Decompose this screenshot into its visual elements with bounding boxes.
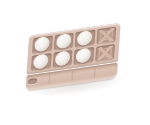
front-divider-line: [49, 74, 51, 83]
pit-r1c1[interactable]: [52, 50, 72, 68]
egg-piece[interactable]: [77, 29, 93, 45]
pit-r0c3[interactable]: [96, 27, 116, 45]
pit-r0c2[interactable]: [75, 30, 95, 48]
egg-piece[interactable]: [34, 35, 50, 51]
divider-lattice-icon: [97, 28, 115, 44]
pit-r0c0[interactable]: [32, 36, 52, 54]
egg-piece[interactable]: [76, 47, 92, 63]
photo-scene: [0, 0, 150, 125]
pit-r1c0[interactable]: [31, 53, 51, 71]
egg-piece[interactable]: [33, 53, 49, 69]
pit-r1c3[interactable]: [95, 44, 115, 62]
egg-piece[interactable]: [56, 32, 72, 48]
pit-r0c1[interactable]: [53, 33, 73, 51]
divider-lattice-icon: [96, 45, 114, 61]
front-divider-line: [71, 71, 73, 80]
egg-piece[interactable]: [54, 50, 70, 66]
handle-slot-icon: [28, 78, 37, 84]
pit-r1c2[interactable]: [73, 47, 93, 65]
front-divider-line: [94, 68, 96, 77]
